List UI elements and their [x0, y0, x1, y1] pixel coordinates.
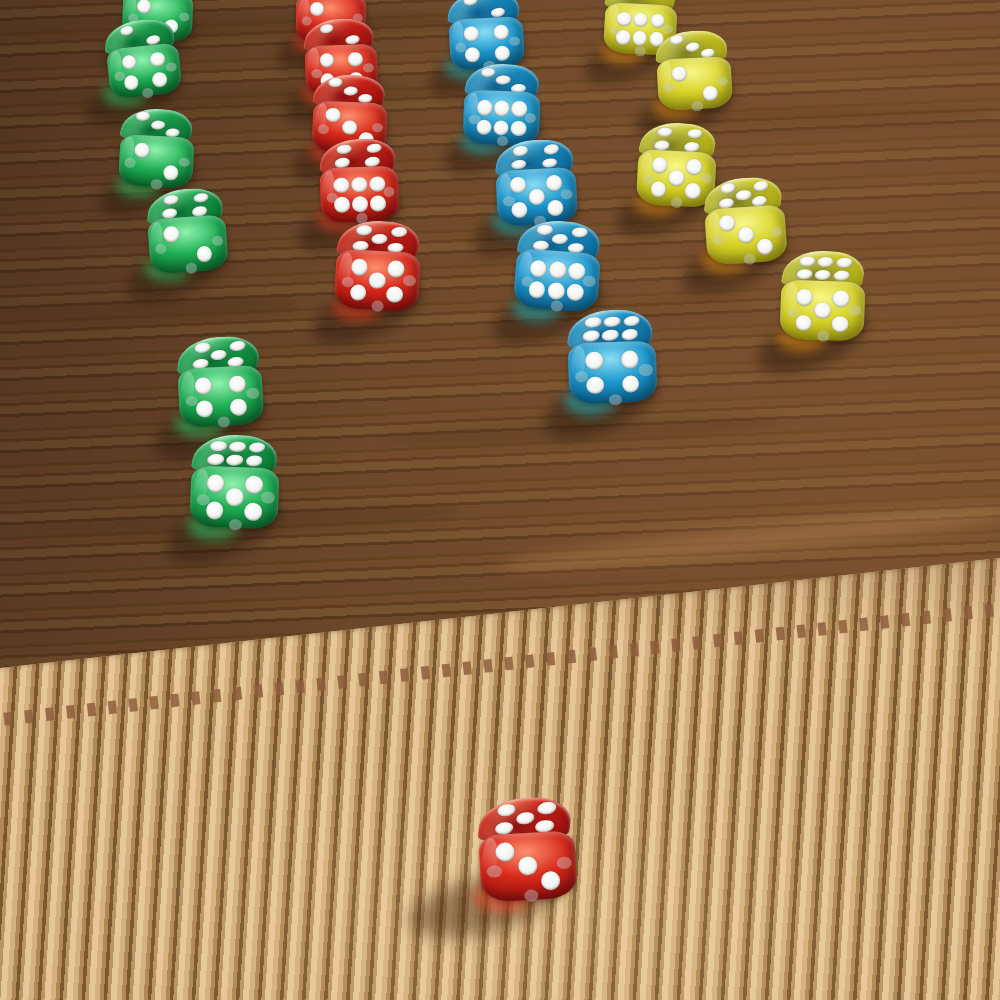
- pip: [493, 24, 509, 40]
- die-front-face: [513, 249, 601, 313]
- ghost-pip: [372, 122, 383, 132]
- die-front-face: [704, 204, 788, 265]
- pip: [795, 315, 812, 332]
- pip: [832, 316, 849, 333]
- ghost-pip: [326, 192, 338, 203]
- pip: [320, 24, 335, 33]
- pip: [582, 331, 600, 342]
- ghost-pip: [525, 112, 537, 122]
- die-front-face: [656, 56, 733, 112]
- die-yellow-2: [655, 29, 733, 111]
- ghost-pip: [318, 124, 329, 134]
- ghost-pip: [561, 188, 574, 199]
- pip: [193, 192, 209, 202]
- pip: [137, 0, 151, 14]
- die-front-face: [147, 214, 229, 274]
- pip: [477, 100, 493, 116]
- pip: [735, 189, 751, 200]
- pip: [325, 107, 340, 122]
- pip: [551, 234, 569, 245]
- pip: [206, 475, 224, 493]
- die-green-4: [145, 186, 229, 274]
- pip: [351, 258, 369, 276]
- pip: [672, 66, 688, 82]
- pip: [510, 159, 526, 169]
- pip: [163, 194, 179, 204]
- die-front-face: [118, 134, 195, 190]
- pip: [228, 376, 246, 394]
- die-blue-5: [566, 309, 657, 405]
- ghost-pip: [635, 46, 646, 56]
- ghost-pip: [211, 235, 223, 246]
- ghost-pip: [246, 388, 259, 400]
- pip: [516, 812, 536, 825]
- pip: [511, 120, 527, 136]
- pip: [229, 399, 247, 417]
- die-red-6-on-mat: [476, 796, 577, 903]
- die-front-face: [177, 366, 264, 429]
- pip: [163, 165, 179, 181]
- ghost-pip: [403, 276, 416, 288]
- ghost-pip: [125, 157, 137, 167]
- ghost-pip: [151, 179, 163, 189]
- pip: [464, 26, 480, 42]
- die-front-face: [334, 250, 421, 313]
- pip: [668, 170, 684, 186]
- pip: [196, 245, 213, 262]
- ghost-pip: [692, 101, 704, 111]
- pip: [364, 156, 380, 166]
- pip: [718, 214, 735, 231]
- pip: [225, 489, 243, 507]
- pip: [336, 144, 352, 154]
- dice-layer: [0, 0, 1000, 1000]
- pip: [134, 142, 150, 158]
- pip: [586, 377, 604, 395]
- die-front-face: [478, 830, 577, 902]
- pip: [121, 54, 137, 70]
- pip: [120, 25, 134, 35]
- pip: [310, 2, 324, 16]
- pip: [632, 30, 647, 45]
- pip: [686, 128, 703, 138]
- die-front-face: [189, 466, 279, 531]
- pip: [465, 47, 481, 63]
- ghost-pip: [261, 492, 275, 504]
- ghost-pip: [670, 197, 682, 208]
- pip: [193, 343, 210, 354]
- die-front-face: [463, 90, 541, 146]
- pip: [814, 270, 832, 281]
- pip: [368, 272, 386, 290]
- pip: [567, 284, 585, 302]
- ghost-pip: [469, 114, 481, 124]
- pip: [163, 226, 180, 243]
- pip: [833, 290, 850, 307]
- die-front-face: [106, 42, 183, 100]
- pip: [652, 157, 668, 173]
- pip: [354, 225, 372, 236]
- pip: [319, 53, 334, 68]
- pip: [512, 145, 528, 155]
- pip: [346, 35, 361, 44]
- pip: [622, 316, 640, 327]
- pip: [495, 842, 515, 862]
- pip: [494, 45, 510, 61]
- pip: [228, 442, 247, 453]
- pip: [685, 42, 700, 52]
- pip: [620, 330, 638, 341]
- pip: [206, 502, 224, 520]
- die-green-6: [189, 434, 280, 530]
- pip: [653, 140, 670, 150]
- pip: [328, 78, 344, 87]
- pip: [152, 71, 168, 87]
- pip: [150, 51, 166, 67]
- pip: [150, 120, 166, 130]
- pip: [244, 503, 262, 521]
- die-blue-2: [463, 62, 542, 145]
- pip: [737, 226, 754, 243]
- die-red-5: [334, 219, 423, 312]
- pip: [479, 67, 495, 77]
- ghost-pip: [582, 276, 595, 288]
- pip: [390, 227, 408, 238]
- pip: [528, 188, 545, 205]
- pip: [206, 454, 225, 465]
- pip: [229, 341, 246, 352]
- pip: [495, 75, 511, 85]
- die-yellow-5: [779, 250, 866, 342]
- pip: [685, 183, 701, 199]
- pip: [656, 127, 673, 137]
- ghost-pip: [639, 364, 653, 376]
- ghost-pip: [663, 82, 675, 92]
- pip: [798, 257, 816, 268]
- pip: [835, 258, 853, 269]
- ghost-pip: [712, 233, 725, 244]
- die-front-face: [495, 166, 578, 226]
- die-blue-4: [513, 219, 603, 314]
- pip: [366, 143, 382, 153]
- ghost-pip: [166, 62, 178, 72]
- pip: [816, 258, 834, 269]
- pip: [547, 283, 565, 301]
- die-green-5: [176, 335, 265, 428]
- pip: [603, 317, 621, 328]
- pip: [686, 159, 702, 175]
- pip: [585, 352, 603, 370]
- pip: [386, 286, 404, 304]
- pip: [757, 237, 774, 254]
- pip: [210, 350, 227, 361]
- pip: [208, 441, 227, 452]
- pip: [496, 804, 516, 817]
- pip: [702, 85, 718, 101]
- ghost-pip: [770, 226, 783, 237]
- die-blue-3: [494, 138, 578, 227]
- pip: [601, 330, 619, 341]
- pip: [192, 206, 208, 216]
- pip: [245, 476, 263, 494]
- pip: [333, 177, 349, 193]
- pip: [247, 442, 266, 453]
- pip: [494, 100, 510, 116]
- pip: [719, 183, 735, 194]
- pip: [545, 175, 562, 192]
- pip: [621, 351, 639, 369]
- pip: [541, 157, 557, 167]
- ghost-pip: [557, 856, 572, 869]
- pip: [617, 11, 632, 26]
- pip: [464, 0, 479, 6]
- ghost-pip: [717, 76, 729, 86]
- ghost-pip: [155, 243, 167, 254]
- pip: [832, 271, 850, 282]
- pip: [511, 201, 528, 218]
- pip: [352, 196, 368, 212]
- pip: [388, 260, 406, 278]
- pip: [370, 195, 386, 211]
- pip: [349, 284, 367, 302]
- ghost-pip: [487, 865, 502, 878]
- pip: [795, 270, 813, 281]
- pip: [225, 455, 244, 466]
- pip: [633, 12, 648, 27]
- die-front-face: [568, 341, 658, 406]
- pip: [621, 375, 639, 393]
- pip: [244, 456, 263, 467]
- pip: [683, 142, 700, 152]
- pip: [541, 870, 561, 890]
- ghost-pip: [643, 174, 655, 185]
- ghost-pip: [179, 12, 190, 21]
- die-green-3: [118, 107, 196, 189]
- pip: [549, 262, 567, 280]
- pip: [814, 302, 831, 319]
- ghost-pip: [848, 305, 861, 316]
- pip: [510, 177, 527, 194]
- pip: [343, 86, 359, 95]
- pip: [570, 227, 588, 238]
- pip: [547, 199, 564, 216]
- ghost-pip: [383, 187, 395, 198]
- die-blue-1: [447, 0, 525, 71]
- ghost-pip: [179, 157, 191, 167]
- die-front-face: [320, 165, 400, 222]
- pip: [535, 225, 553, 236]
- die-red-4: [319, 137, 400, 222]
- pip: [195, 377, 213, 395]
- pip: [543, 144, 559, 154]
- pip: [351, 176, 367, 192]
- pip: [518, 856, 538, 876]
- pip: [123, 74, 139, 90]
- pip: [334, 157, 350, 167]
- die-front-face: [779, 280, 865, 342]
- die-yellow-4: [702, 175, 788, 265]
- pip: [370, 234, 388, 245]
- ghost-pip: [455, 42, 467, 52]
- pip: [136, 112, 152, 122]
- ghost-pip: [509, 36, 521, 46]
- pip: [753, 181, 769, 192]
- photo-scene: [0, 0, 1000, 1000]
- die-green-2: [103, 16, 183, 99]
- pip: [196, 401, 214, 419]
- pip: [162, 208, 178, 218]
- pip: [493, 119, 509, 135]
- pip: [529, 260, 547, 278]
- pip: [342, 120, 357, 135]
- pip: [583, 317, 601, 328]
- pip: [348, 52, 363, 67]
- pip: [796, 289, 813, 306]
- ghost-pip: [363, 63, 374, 73]
- pip: [491, 7, 506, 17]
- pip: [537, 802, 557, 815]
- ghost-pip: [185, 262, 197, 273]
- pip: [670, 35, 685, 45]
